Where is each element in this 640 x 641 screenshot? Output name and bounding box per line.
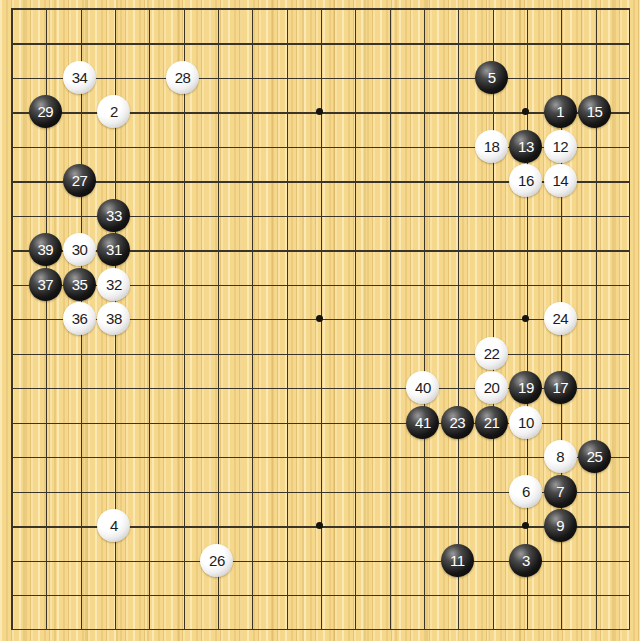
move-number: 18 xyxy=(484,139,500,154)
stone-29-black: 29 xyxy=(29,95,62,128)
move-number: 16 xyxy=(518,173,534,188)
move-number: 14 xyxy=(552,173,568,188)
move-number: 28 xyxy=(175,70,191,85)
move-number: 12 xyxy=(552,139,568,154)
move-number: 11 xyxy=(450,553,465,568)
move-number: 26 xyxy=(209,553,225,568)
stone-17-black: 17 xyxy=(544,371,577,404)
stone-35-black: 35 xyxy=(63,268,96,301)
stone-21-black: 21 xyxy=(475,406,508,439)
move-number: 27 xyxy=(72,173,88,188)
move-number: 6 xyxy=(522,484,530,499)
move-number: 23 xyxy=(449,415,465,430)
go-board[interactable]: 1234567891011121314151617181920212223242… xyxy=(0,0,640,641)
move-number: 39 xyxy=(37,242,53,257)
move-number: 3 xyxy=(522,553,530,568)
move-number: 1 xyxy=(556,104,564,119)
stone-2-white: 2 xyxy=(97,95,130,128)
stone-11-black: 11 xyxy=(441,544,474,577)
stone-9-black: 9 xyxy=(544,509,577,542)
move-number: 40 xyxy=(415,380,431,395)
stone-8-white: 8 xyxy=(544,440,577,473)
stone-6-white: 6 xyxy=(509,475,542,508)
move-number: 10 xyxy=(518,415,534,430)
stone-7-black: 7 xyxy=(544,475,577,508)
move-number: 33 xyxy=(106,208,122,223)
move-number: 37 xyxy=(37,277,53,292)
move-number: 4 xyxy=(110,518,118,533)
stone-34-white: 34 xyxy=(63,61,96,94)
stone-10-white: 10 xyxy=(509,406,542,439)
stone-37-black: 37 xyxy=(29,268,62,301)
star-point xyxy=(316,522,323,529)
move-number: 29 xyxy=(37,104,53,119)
stone-32-white: 32 xyxy=(97,268,130,301)
move-number: 36 xyxy=(72,311,88,326)
stone-41-black: 41 xyxy=(406,406,439,439)
stones-grid: 1234567891011121314151617181920212223242… xyxy=(0,0,640,641)
move-number: 9 xyxy=(556,518,564,533)
stone-15-black: 15 xyxy=(578,95,611,128)
stone-33-black: 33 xyxy=(97,199,130,232)
stone-12-white: 12 xyxy=(544,130,577,163)
move-number: 17 xyxy=(552,380,568,395)
stone-3-black: 3 xyxy=(509,544,542,577)
stone-5-black: 5 xyxy=(475,61,508,94)
stone-19-black: 19 xyxy=(509,371,542,404)
stone-14-white: 14 xyxy=(544,164,577,197)
stone-4-white: 4 xyxy=(97,509,130,542)
stone-16-white: 16 xyxy=(509,164,542,197)
star-point xyxy=(522,108,529,115)
move-number: 35 xyxy=(72,277,88,292)
move-number: 7 xyxy=(556,484,564,499)
move-number: 24 xyxy=(552,311,568,326)
star-point xyxy=(522,315,529,322)
move-number: 30 xyxy=(72,242,88,257)
stone-20-white: 20 xyxy=(475,371,508,404)
move-number: 15 xyxy=(587,104,603,119)
stone-18-white: 18 xyxy=(475,130,508,163)
move-number: 32 xyxy=(106,277,122,292)
stone-1-black: 1 xyxy=(544,95,577,128)
stone-24-white: 24 xyxy=(544,302,577,335)
move-number: 13 xyxy=(518,139,534,154)
move-number: 25 xyxy=(587,449,603,464)
stone-31-black: 31 xyxy=(97,233,130,266)
move-number: 21 xyxy=(484,415,500,430)
stone-27-black: 27 xyxy=(63,164,96,197)
stone-39-black: 39 xyxy=(29,233,62,266)
move-number: 20 xyxy=(484,380,500,395)
stone-30-white: 30 xyxy=(63,233,96,266)
move-number: 19 xyxy=(518,380,534,395)
stone-38-white: 38 xyxy=(97,302,130,335)
stone-23-black: 23 xyxy=(441,406,474,439)
stone-25-black: 25 xyxy=(578,440,611,473)
stone-28-white: 28 xyxy=(166,61,199,94)
stone-22-white: 22 xyxy=(475,337,508,370)
move-number: 5 xyxy=(488,70,496,85)
stone-36-white: 36 xyxy=(63,302,96,335)
stone-26-white: 26 xyxy=(200,544,233,577)
star-point xyxy=(522,522,529,529)
move-number: 2 xyxy=(110,104,118,119)
move-number: 34 xyxy=(72,70,88,85)
stone-40-white: 40 xyxy=(406,371,439,404)
move-number: 22 xyxy=(484,346,500,361)
star-point xyxy=(316,108,323,115)
move-number: 41 xyxy=(415,415,431,430)
move-number: 8 xyxy=(556,449,564,464)
move-number: 38 xyxy=(106,311,122,326)
star-point xyxy=(316,315,323,322)
move-number: 31 xyxy=(106,242,122,257)
stone-13-black: 13 xyxy=(509,130,542,163)
